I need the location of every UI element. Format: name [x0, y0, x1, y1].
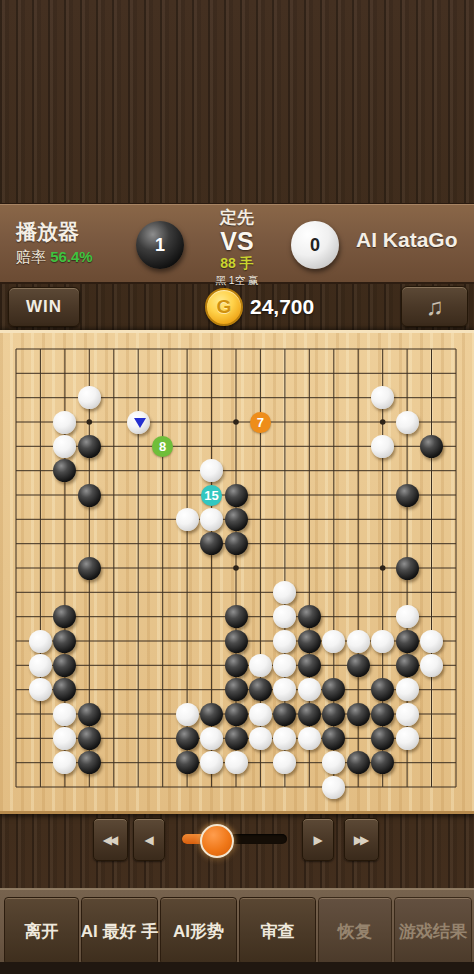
black-stone: [78, 727, 101, 750]
forward-button[interactable]: ▶: [302, 818, 334, 861]
black-stone: [347, 654, 370, 677]
move-hint-marker: 8: [152, 436, 173, 457]
white-stone: [396, 411, 419, 434]
black-stone: [176, 751, 199, 774]
black-score-stone: 1: [136, 221, 184, 269]
black-stone: [225, 678, 248, 701]
white-stone: [249, 703, 272, 726]
white-stone: [29, 630, 52, 653]
white-stone: [396, 678, 419, 701]
last-move-triangle-marker: [134, 418, 146, 428]
black-stone: [225, 630, 248, 653]
vs-label: VS: [187, 229, 287, 253]
fast-forward-button[interactable]: ▶▶: [344, 818, 379, 861]
black-stone: [298, 654, 321, 677]
gold-coin-icon: G: [205, 288, 243, 326]
white-stone: [420, 654, 443, 677]
white-stone: [29, 654, 52, 677]
move-slider[interactable]: [182, 834, 287, 844]
star-point: [233, 419, 239, 425]
black-stone: [225, 532, 248, 555]
white-stone: [176, 508, 199, 531]
black-stone: [298, 605, 321, 628]
move-count: 88 手: [187, 255, 287, 273]
music-note-icon: ♫: [426, 293, 444, 321]
white-stone: [225, 751, 248, 774]
black-stone: [225, 484, 248, 507]
black-stone: [420, 435, 443, 458]
black-stone: [396, 557, 419, 580]
odds-label: 赔率: [16, 248, 46, 265]
fast-forward-icon: ▶▶: [354, 833, 366, 847]
white-stone: [200, 727, 223, 750]
white-stone: [53, 411, 76, 434]
white-stone: [29, 678, 52, 701]
result-hint: 黑 1空 赢: [187, 274, 287, 288]
toolbar-button-1[interactable]: 离开: [4, 897, 79, 965]
star-point: [233, 565, 239, 571]
white-stone: [200, 508, 223, 531]
toolbar-button-5[interactable]: 恢复: [318, 897, 392, 965]
black-stone: [78, 703, 101, 726]
black-stone: [53, 630, 76, 653]
black-stone: [273, 703, 296, 726]
win-button-label: WIN: [26, 297, 62, 317]
white-stone: [322, 630, 345, 653]
black-stone: [225, 654, 248, 677]
odds-value: 56.4%: [50, 248, 93, 265]
match-header: 播放器 赔率 56.4% 1 定先 VS 88 手 黑 1空 赢 0 AI Ka…: [0, 203, 474, 284]
fast-back-button[interactable]: ◀◀: [93, 818, 128, 861]
white-stone: [249, 654, 272, 677]
toolbar-button-2[interactable]: AI 最好 手: [81, 897, 158, 965]
black-stone: [78, 435, 101, 458]
black-stone: [176, 727, 199, 750]
white-stone: [249, 727, 272, 750]
black-stone: [78, 484, 101, 507]
white-score: 0: [310, 235, 320, 256]
black-stone: [396, 654, 419, 677]
black-stone: [347, 703, 370, 726]
black-stone: [322, 727, 345, 750]
black-stone: [78, 557, 101, 580]
white-stone: [396, 703, 419, 726]
toolbar-button-3[interactable]: AI形势: [160, 897, 237, 965]
right-player-name: AI KataGo: [356, 228, 458, 252]
odds-row: 赔率 56.4%: [16, 248, 93, 267]
coin-amount: 24,700: [250, 295, 314, 319]
black-score: 1: [155, 235, 165, 256]
star-point: [87, 419, 93, 425]
coin-balance: G 24,700: [205, 288, 314, 326]
white-stone: [396, 605, 419, 628]
black-stone: [396, 630, 419, 653]
black-stone: [225, 727, 248, 750]
white-stone: [322, 776, 345, 799]
white-stone: [53, 703, 76, 726]
black-stone: [396, 484, 419, 507]
fast-back-icon: ◀◀: [103, 833, 115, 847]
match-info: 定先 VS 88 手 黑 1空 赢: [187, 206, 287, 288]
black-stone: [347, 751, 370, 774]
white-stone: [371, 630, 394, 653]
back-button[interactable]: ◀: [133, 818, 165, 861]
toolbar-base: [0, 962, 474, 974]
white-stone: [347, 630, 370, 653]
black-stone: [225, 605, 248, 628]
white-stone: [298, 727, 321, 750]
black-stone: [371, 703, 394, 726]
black-stone: [225, 703, 248, 726]
black-stone: [298, 630, 321, 653]
black-stone: [298, 703, 321, 726]
star-point: [380, 565, 386, 571]
left-player-name: 播放器: [16, 218, 79, 246]
white-stone: [78, 386, 101, 409]
black-stone: [225, 508, 248, 531]
black-stone: [78, 751, 101, 774]
white-stone: [176, 703, 199, 726]
music-button[interactable]: ♫: [401, 286, 468, 327]
white-stone: [396, 727, 419, 750]
move-slider-thumb[interactable]: [200, 824, 234, 858]
toolbar-button-6[interactable]: 游戏结果: [394, 897, 472, 965]
back-icon: ◀: [144, 833, 153, 847]
white-stone: [371, 435, 394, 458]
go-board[interactable]: 7815: [0, 330, 474, 814]
move-hint-marker: 7: [250, 412, 271, 433]
black-stone: [371, 727, 394, 750]
white-score-stone: 0: [291, 221, 339, 269]
white-stone: [298, 678, 321, 701]
win-button[interactable]: WIN: [8, 287, 80, 327]
toolbar-button-4[interactable]: 审查: [239, 897, 316, 965]
black-stone: [322, 703, 345, 726]
star-point: [380, 419, 386, 425]
forward-icon: ▶: [313, 833, 322, 847]
move-hint-marker: 15: [201, 485, 222, 506]
handicap-label: 定先: [187, 206, 287, 229]
white-stone: [420, 630, 443, 653]
white-stone: [273, 630, 296, 653]
coin-letter: G: [217, 296, 232, 318]
black-stone: [200, 703, 223, 726]
black-stone: [249, 678, 272, 701]
